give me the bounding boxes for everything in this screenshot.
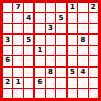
sudoku-block-2: 12 <box>68 3 98 33</box>
sudoku-block-3: 356 <box>3 35 33 65</box>
cell-r1c2: 7 <box>13 3 22 12</box>
cell-r8c2: 1 <box>13 78 22 87</box>
cell-r3c2[interactable] <box>13 24 22 33</box>
cell-r8c7[interactable] <box>68 78 77 87</box>
cell-r2c1[interactable] <box>3 13 12 22</box>
cell-r4c7[interactable] <box>68 35 77 44</box>
sudoku-board: 74531235618218654 <box>0 0 101 101</box>
cell-r4c2[interactable] <box>13 35 22 44</box>
cell-r2c7[interactable] <box>68 13 77 22</box>
cell-r6c6[interactable] <box>56 56 65 65</box>
cell-r6c2[interactable] <box>13 56 22 65</box>
cell-r3c1[interactable] <box>3 24 12 33</box>
sudoku-block-4: 1 <box>35 35 65 65</box>
cell-r2c2[interactable] <box>13 13 22 22</box>
cell-r9c6[interactable] <box>56 89 65 98</box>
cell-r6c4[interactable] <box>35 56 44 65</box>
cell-r2c4[interactable] <box>35 13 44 22</box>
cell-r1c3[interactable] <box>24 3 33 12</box>
cell-r9c9[interactable] <box>89 89 98 98</box>
cell-r4c9[interactable] <box>89 35 98 44</box>
cell-r4c5[interactable] <box>46 35 55 44</box>
cell-r9c4[interactable] <box>35 89 44 98</box>
cell-r5c4: 1 <box>35 46 44 55</box>
cell-r7c7: 5 <box>68 68 77 77</box>
cell-r8c8[interactable] <box>78 78 87 87</box>
cell-r5c6[interactable] <box>56 46 65 55</box>
cell-r9c8[interactable] <box>78 89 87 98</box>
cell-r1c5[interactable] <box>46 3 55 12</box>
cell-r6c5[interactable] <box>46 56 55 65</box>
cell-r2c3: 4 <box>24 13 33 22</box>
cell-r6c8[interactable] <box>78 56 87 65</box>
cell-r8c5[interactable] <box>46 78 55 87</box>
cell-r2c9[interactable] <box>89 13 98 22</box>
cell-r9c5[interactable] <box>46 89 55 98</box>
cell-r5c3[interactable] <box>24 46 33 55</box>
cell-r8c4: 6 <box>35 78 44 87</box>
cell-r4c3: 5 <box>24 35 33 44</box>
cell-r1c7: 1 <box>68 3 77 12</box>
cell-r7c8: 4 <box>78 68 87 77</box>
cell-r7c2[interactable] <box>13 68 22 77</box>
cell-r7c5: 8 <box>46 68 55 77</box>
cell-r7c3[interactable] <box>24 68 33 77</box>
cell-r8c6[interactable] <box>56 78 65 87</box>
cell-r9c7[interactable] <box>68 89 77 98</box>
cell-r5c2[interactable] <box>13 46 22 55</box>
cell-r1c4[interactable] <box>35 3 44 12</box>
cell-r5c1[interactable] <box>3 46 12 55</box>
cell-r9c3[interactable] <box>24 89 33 98</box>
sudoku-block-1: 53 <box>35 3 65 33</box>
cell-r2c6: 5 <box>56 13 65 22</box>
cell-r3c4[interactable] <box>35 24 44 33</box>
cell-r6c3[interactable] <box>24 56 33 65</box>
cell-r4c1: 3 <box>3 35 12 44</box>
cell-r1c8[interactable] <box>78 3 87 12</box>
cell-r2c8[interactable] <box>78 13 87 22</box>
cell-r8c9[interactable] <box>89 78 98 87</box>
cell-r9c1[interactable] <box>3 89 12 98</box>
cell-r8c3[interactable] <box>24 78 33 87</box>
cell-r7c9[interactable] <box>89 68 98 77</box>
cell-r3c3[interactable] <box>24 24 33 33</box>
cell-r7c6[interactable] <box>56 68 65 77</box>
cell-r1c9: 2 <box>89 3 98 12</box>
cell-r6c7[interactable] <box>68 56 77 65</box>
cell-r5c8[interactable] <box>78 46 87 55</box>
sudoku-block-0: 74 <box>3 3 33 33</box>
cell-r3c8[interactable] <box>78 24 87 33</box>
cell-r5c9[interactable] <box>89 46 98 55</box>
cell-r2c5[interactable] <box>46 13 55 22</box>
cell-r3c6[interactable] <box>56 24 65 33</box>
cell-r3c7[interactable] <box>68 24 77 33</box>
sudoku-block-5: 8 <box>68 35 98 65</box>
sudoku-block-6: 21 <box>3 68 33 98</box>
cell-r7c4[interactable] <box>35 68 44 77</box>
cell-r5c7[interactable] <box>68 46 77 55</box>
cell-r3c9[interactable] <box>89 24 98 33</box>
cell-r1c1[interactable] <box>3 3 12 12</box>
sudoku-block-8: 54 <box>68 68 98 98</box>
cell-r4c8: 8 <box>78 35 87 44</box>
cell-r7c1[interactable] <box>3 68 12 77</box>
cell-r4c6[interactable] <box>56 35 65 44</box>
cell-r6c9[interactable] <box>89 56 98 65</box>
cell-r8c1: 2 <box>3 78 12 87</box>
cell-r5c5[interactable] <box>46 46 55 55</box>
cell-r4c4[interactable] <box>35 35 44 44</box>
cell-r3c5: 3 <box>46 24 55 33</box>
cell-r9c2[interactable] <box>13 89 22 98</box>
cell-r1c6[interactable] <box>56 3 65 12</box>
sudoku-block-7: 86 <box>35 68 65 98</box>
cell-r6c1: 6 <box>3 56 12 65</box>
